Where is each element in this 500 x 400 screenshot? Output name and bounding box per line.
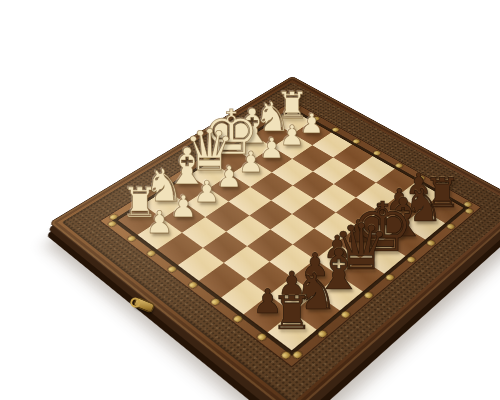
chess-board	[49, 76, 500, 400]
photo-scene: ♜♞♝♛♚♝♞♜♟♟♟♟♟♟♟♟♟♟♟♟♟♟♟♟♜♞♝♛♚♝♞♜	[0, 0, 500, 400]
latch-ring	[129, 296, 142, 309]
